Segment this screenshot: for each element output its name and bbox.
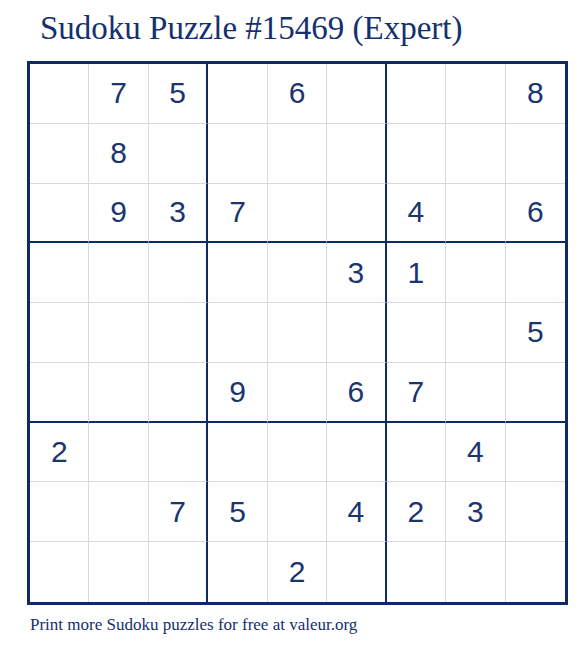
cell-r9c8-empty: [446, 542, 505, 602]
cell-r1c7-empty: [387, 64, 446, 124]
cell-r8c8-given: 3: [446, 482, 505, 542]
cell-r8c4-given: 5: [208, 482, 267, 542]
cell-r5c7-empty: [387, 303, 446, 363]
cell-r6c7-given: 7: [387, 363, 446, 423]
footer-text: Print more Sudoku puzzles for free at va…: [30, 615, 357, 635]
cell-r2c6-empty: [327, 124, 386, 184]
cell-r1c6-empty: [327, 64, 386, 124]
cell-r5c3-empty: [149, 303, 208, 363]
cell-r3c7-given: 4: [387, 184, 446, 244]
cell-r6c6-given: 6: [327, 363, 386, 423]
cell-r2c8-empty: [446, 124, 505, 184]
cell-r7c1-given: 2: [30, 423, 89, 483]
cell-r2c2-given: 8: [89, 124, 148, 184]
cell-r4c6-given: 3: [327, 243, 386, 303]
cell-r3c5-empty: [268, 184, 327, 244]
cell-r5c4-empty: [208, 303, 267, 363]
cell-r4c2-empty: [89, 243, 148, 303]
cell-r4c3-empty: [149, 243, 208, 303]
cell-r7c2-empty: [89, 423, 148, 483]
cell-r6c8-empty: [446, 363, 505, 423]
cell-r6c9-empty: [506, 363, 565, 423]
cell-r5c5-empty: [268, 303, 327, 363]
cell-r7c9-empty: [506, 423, 565, 483]
cell-r6c5-empty: [268, 363, 327, 423]
cell-r8c5-empty: [268, 482, 327, 542]
cell-r6c3-empty: [149, 363, 208, 423]
cell-r1c4-empty: [208, 64, 267, 124]
cell-r2c4-empty: [208, 124, 267, 184]
cell-r3c3-given: 3: [149, 184, 208, 244]
cell-r9c4-empty: [208, 542, 267, 602]
cell-r9c2-empty: [89, 542, 148, 602]
cell-r1c5-given: 6: [268, 64, 327, 124]
cell-r7c3-empty: [149, 423, 208, 483]
cell-r7c7-empty: [387, 423, 446, 483]
cell-r9c6-empty: [327, 542, 386, 602]
sudoku-board: 756889374631596724754232: [27, 61, 568, 605]
cell-r1c3-given: 5: [149, 64, 208, 124]
puzzle-title: Sudoku Puzzle #15469 (Expert): [40, 10, 463, 46]
cell-r9c3-empty: [149, 542, 208, 602]
cell-r8c7-given: 2: [387, 482, 446, 542]
cell-r6c2-empty: [89, 363, 148, 423]
cell-r7c8-given: 4: [446, 423, 505, 483]
cell-r4c7-given: 1: [387, 243, 446, 303]
cell-r4c4-empty: [208, 243, 267, 303]
cell-r9c1-empty: [30, 542, 89, 602]
cell-r3c8-empty: [446, 184, 505, 244]
cell-r1c1-empty: [30, 64, 89, 124]
cell-r6c1-empty: [30, 363, 89, 423]
cell-r3c1-empty: [30, 184, 89, 244]
cell-r8c2-empty: [89, 482, 148, 542]
cell-r9c7-empty: [387, 542, 446, 602]
cell-r7c5-empty: [268, 423, 327, 483]
cell-r5c1-empty: [30, 303, 89, 363]
cell-r8c1-empty: [30, 482, 89, 542]
cell-r9c9-empty: [506, 542, 565, 602]
cell-r5c6-empty: [327, 303, 386, 363]
cell-r4c9-empty: [506, 243, 565, 303]
cell-r3c2-given: 9: [89, 184, 148, 244]
cell-r1c2-given: 7: [89, 64, 148, 124]
cell-r5c8-empty: [446, 303, 505, 363]
cell-r1c9-given: 8: [506, 64, 565, 124]
cell-r8c9-empty: [506, 482, 565, 542]
cell-r7c6-empty: [327, 423, 386, 483]
cell-r4c5-empty: [268, 243, 327, 303]
cell-r9c5-given: 2: [268, 542, 327, 602]
cell-r5c2-empty: [89, 303, 148, 363]
cell-r5c9-given: 5: [506, 303, 565, 363]
cell-r4c8-empty: [446, 243, 505, 303]
cell-r6c4-given: 9: [208, 363, 267, 423]
cell-r3c6-empty: [327, 184, 386, 244]
cell-r8c6-given: 4: [327, 482, 386, 542]
cell-r1c8-empty: [446, 64, 505, 124]
cell-r2c7-empty: [387, 124, 446, 184]
cell-r2c9-empty: [506, 124, 565, 184]
cell-r3c4-given: 7: [208, 184, 267, 244]
cell-r8c3-given: 7: [149, 482, 208, 542]
cell-r3c9-given: 6: [506, 184, 565, 244]
cell-r2c5-empty: [268, 124, 327, 184]
cell-r2c3-empty: [149, 124, 208, 184]
sudoku-page: Sudoku Puzzle #15469 (Expert) 7568893746…: [0, 0, 580, 651]
cell-r4c1-empty: [30, 243, 89, 303]
cell-r7c4-empty: [208, 423, 267, 483]
cell-r2c1-empty: [30, 124, 89, 184]
